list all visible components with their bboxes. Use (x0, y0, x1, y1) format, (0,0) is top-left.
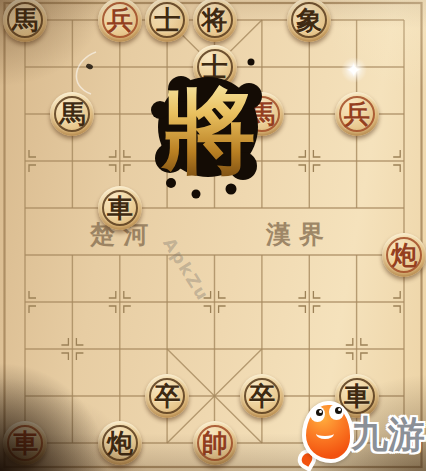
sparkle-icon: ✦ (346, 60, 363, 80)
piece-character: 卒 (249, 383, 275, 409)
piece-red-pawn[interactable]: 兵 (98, 0, 142, 42)
piece-character: 炮 (391, 242, 417, 268)
piece-black-pawn[interactable]: 卒 (240, 374, 284, 418)
piece-character: 象 (296, 7, 322, 33)
mascot-left-eye (310, 406, 325, 422)
piece-black-elephant[interactable]: 象 (287, 0, 331, 42)
mascot-smile (316, 428, 334, 439)
piece-character: 兵 (107, 7, 133, 33)
9game-logo-text: 九游 (351, 416, 425, 453)
piece-red-general[interactable]: 帥 (193, 421, 237, 465)
piece-character: 馬 (249, 101, 275, 127)
piece-character: 帥 (202, 430, 228, 456)
piece-character: 卒 (154, 383, 180, 409)
piece-character: 車 (107, 195, 133, 221)
piece-black-horse[interactable]: 馬 (50, 92, 94, 136)
piece-character: 車 (12, 430, 38, 456)
piece-red-pawn[interactable]: 兵 (335, 92, 379, 136)
piece-character: 馬 (59, 101, 85, 127)
piece-black-advisor[interactable]: 士 (193, 45, 237, 89)
piece-black-advisor[interactable]: 士 (145, 0, 189, 42)
piece-black-cannon[interactable]: 炮 (98, 421, 142, 465)
piece-character: 士 (202, 54, 228, 80)
piece-red-cannon[interactable]: 炮 (382, 233, 426, 277)
piece-character: 将 (202, 7, 228, 33)
piece-character: 兵 (344, 101, 370, 127)
xiangqi-game-screen: 楚河 漢界 ApkZu 馬兵士将象士馬馬兵車炮卒卒車車炮帥 將 (0, 0, 426, 471)
piece-red-chariot[interactable]: 車 (3, 421, 47, 465)
piece-black-pawn[interactable]: 卒 (145, 374, 189, 418)
9game-logo: 九游 (296, 391, 426, 471)
piece-black-horse[interactable]: 馬 (3, 0, 47, 42)
piece-black-general[interactable]: 将 (193, 0, 237, 42)
sparkle-effect: ✦ (341, 57, 367, 83)
piece-character: 馬 (12, 7, 38, 33)
piece-character: 士 (154, 7, 180, 33)
mascot-right-eye (329, 404, 344, 420)
piece-black-chariot[interactable]: 車 (98, 186, 142, 230)
piece-character: 炮 (107, 430, 133, 456)
piece-red-horse[interactable]: 馬 (240, 92, 284, 136)
9game-mascot-icon (302, 401, 354, 463)
